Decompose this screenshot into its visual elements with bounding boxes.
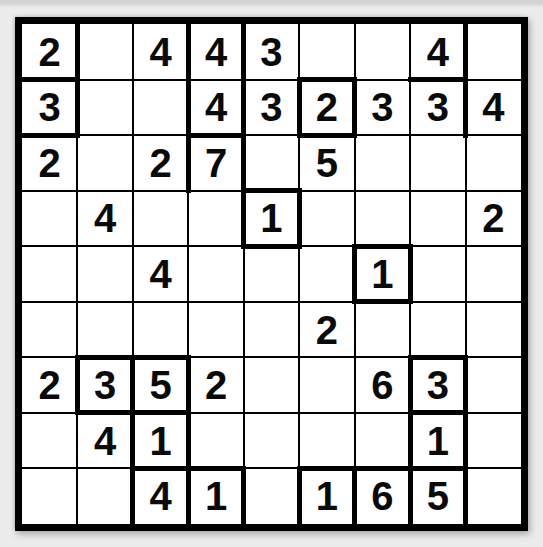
cell-r2c9[interactable]: 4 [466, 80, 521, 136]
cell-r2c4[interactable]: 4 [188, 80, 243, 136]
cell-r7c8[interactable]: 3 [410, 357, 465, 413]
cell-r9c3[interactable]: 4 [133, 468, 188, 524]
cell-r1c3[interactable]: 4 [133, 24, 188, 80]
cell-r1c7[interactable] [355, 24, 410, 80]
cell-r9c4[interactable]: 1 [188, 468, 243, 524]
cell-r4c6[interactable] [299, 191, 354, 247]
cell-r7c1[interactable]: 2 [22, 357, 77, 413]
cell-r5c3[interactable]: 4 [133, 246, 188, 302]
page: { "game": "fillomino (9x9 number-region … [0, 0, 543, 547]
cell-r4c4[interactable] [188, 191, 243, 247]
cell-r4c5[interactable]: 1 [244, 191, 299, 247]
cell-r3c3[interactable]: 2 [133, 135, 188, 191]
cell-r2c1[interactable]: 3 [22, 80, 77, 136]
cell-r8c2[interactable]: 4 [77, 413, 132, 469]
cell-r6c9[interactable] [466, 302, 521, 358]
cell-r5c4[interactable] [188, 246, 243, 302]
cell-r7c9[interactable] [466, 357, 521, 413]
cell-r4c7[interactable] [355, 191, 410, 247]
cell-r3c6[interactable]: 5 [299, 135, 354, 191]
cell-r5c2[interactable] [77, 246, 132, 302]
cell-r7c3[interactable]: 5 [133, 357, 188, 413]
cell-r4c2[interactable]: 4 [77, 191, 132, 247]
cell-r3c8[interactable] [410, 135, 465, 191]
cell-r8c7[interactable] [355, 413, 410, 469]
cell-r2c5[interactable]: 3 [244, 80, 299, 136]
cell-r3c5[interactable] [244, 135, 299, 191]
cell-r5c7[interactable]: 1 [355, 246, 410, 302]
cell-r3c7[interactable] [355, 135, 410, 191]
cell-r3c2[interactable] [77, 135, 132, 191]
cell-r9c7[interactable]: 6 [355, 468, 410, 524]
cell-r6c6[interactable]: 2 [299, 302, 354, 358]
cell-r4c9[interactable]: 2 [466, 191, 521, 247]
cell-r3c9[interactable] [466, 135, 521, 191]
cell-r1c9[interactable] [466, 24, 521, 80]
cell-r1c1[interactable]: 2 [22, 24, 77, 80]
cell-r2c3[interactable] [133, 80, 188, 136]
cell-r7c2[interactable]: 3 [77, 357, 132, 413]
cell-r9c2[interactable] [77, 468, 132, 524]
cell-r6c8[interactable] [410, 302, 465, 358]
cell-r5c9[interactable] [466, 246, 521, 302]
cell-r8c9[interactable] [466, 413, 521, 469]
cell-r7c7[interactable]: 6 [355, 357, 410, 413]
cell-r1c5[interactable]: 3 [244, 24, 299, 80]
cell-r8c3[interactable]: 1 [133, 413, 188, 469]
cell-r6c1[interactable] [22, 302, 77, 358]
cell-r6c3[interactable] [133, 302, 188, 358]
puzzle-board: 244343432334227541241223526341141165 [15, 17, 528, 531]
cell-r2c8[interactable]: 3 [410, 80, 465, 136]
cell-r8c6[interactable] [299, 413, 354, 469]
cell-r8c5[interactable] [244, 413, 299, 469]
cell-r4c3[interactable] [133, 191, 188, 247]
cell-r4c1[interactable] [22, 191, 77, 247]
cell-r5c8[interactable] [410, 246, 465, 302]
cell-r7c6[interactable] [299, 357, 354, 413]
cell-r9c5[interactable] [244, 468, 299, 524]
cell-r8c1[interactable] [22, 413, 77, 469]
cell-r9c1[interactable] [22, 468, 77, 524]
cell-r9c9[interactable] [466, 468, 521, 524]
cell-r7c5[interactable] [244, 357, 299, 413]
cell-r5c1[interactable] [22, 246, 77, 302]
cell-r4c8[interactable] [410, 191, 465, 247]
cell-r2c7[interactable]: 3 [355, 80, 410, 136]
cell-r9c8[interactable]: 5 [410, 468, 465, 524]
cell-r1c6[interactable] [299, 24, 354, 80]
cell-r2c6[interactable]: 2 [299, 80, 354, 136]
cell-r3c1[interactable]: 2 [22, 135, 77, 191]
cell-r1c8[interactable]: 4 [410, 24, 465, 80]
cell-r9c6[interactable]: 1 [299, 468, 354, 524]
cell-r8c8[interactable]: 1 [410, 413, 465, 469]
cell-r1c4[interactable]: 4 [188, 24, 243, 80]
cell-r6c4[interactable] [188, 302, 243, 358]
cell-r8c4[interactable] [188, 413, 243, 469]
puzzle-grid: 244343432334227541241223526341141165 [22, 24, 521, 524]
cell-r5c6[interactable] [299, 246, 354, 302]
cell-r6c7[interactable] [355, 302, 410, 358]
cell-r6c5[interactable] [244, 302, 299, 358]
cell-r2c2[interactable] [77, 80, 132, 136]
cell-r1c2[interactable] [77, 24, 132, 80]
cell-r7c4[interactable]: 2 [188, 357, 243, 413]
cell-r5c5[interactable] [244, 246, 299, 302]
cell-r6c2[interactable] [77, 302, 132, 358]
cell-r3c4[interactable]: 7 [188, 135, 243, 191]
